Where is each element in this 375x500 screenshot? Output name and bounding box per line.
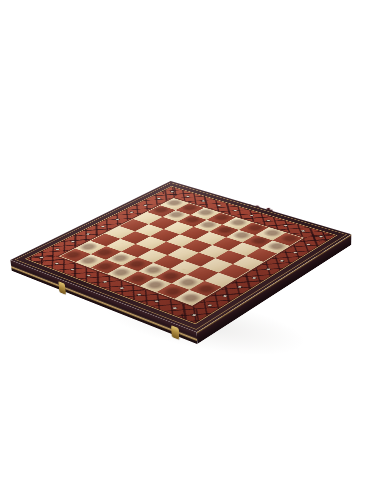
square-f5 <box>198 245 229 258</box>
square-g5 <box>215 250 246 264</box>
brass-clasp-1 <box>58 281 66 295</box>
product-photo: ♜♞♝♛♚♝♞♜♟♟♟♟♟♟♟♟♟♟♟♟♟♟♟♟♜♞♝♛♚♝♞♜ <box>0 0 375 500</box>
square-h5 <box>232 256 263 270</box>
